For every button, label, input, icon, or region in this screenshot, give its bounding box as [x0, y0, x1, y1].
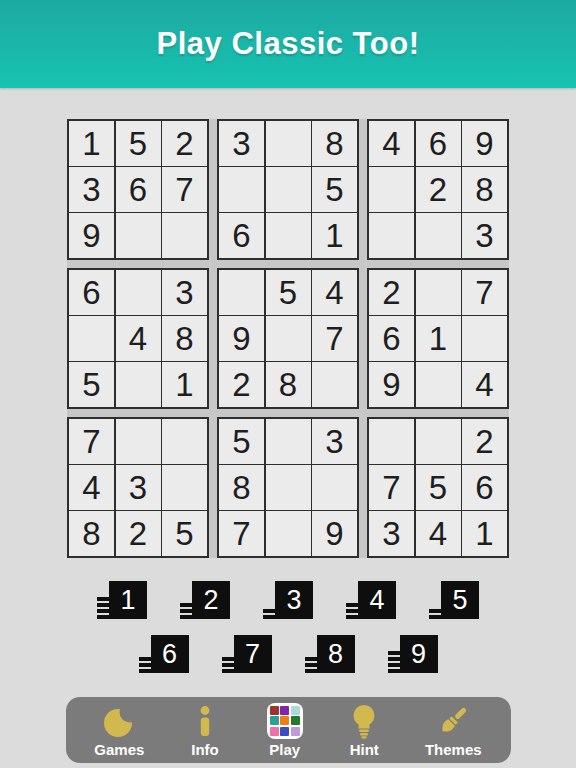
- number-button-digit: 6: [151, 635, 189, 673]
- cell-r7c1[interactable]: 7: [69, 419, 114, 464]
- header-title: Play Classic Too!: [157, 26, 420, 62]
- cell-r4c3[interactable]: 3: [162, 270, 207, 315]
- number-button-5[interactable]: 5: [429, 581, 479, 619]
- number-button-1[interactable]: 1: [97, 581, 147, 619]
- cell-r6c1[interactable]: 5: [69, 362, 114, 407]
- cell-r1c1[interactable]: 1: [69, 121, 114, 166]
- number-button-7[interactable]: 7: [222, 635, 272, 673]
- cell-r5c5[interactable]: [266, 316, 311, 361]
- cell-r7c2[interactable]: [116, 419, 161, 464]
- cell-r1c7[interactable]: 4: [369, 121, 414, 166]
- toolbar-item-info[interactable]: Info: [186, 702, 224, 758]
- sudoku-app-screen: Play Classic Too! 1523679385614692836348…: [0, 0, 576, 768]
- cell-r8c8[interactable]: 5: [416, 465, 461, 510]
- board-block-6: 276194: [367, 268, 509, 409]
- cell-r4c7[interactable]: 2: [369, 270, 414, 315]
- cell-r8c7[interactable]: 7: [369, 465, 414, 510]
- number-button-8[interactable]: 8: [305, 635, 355, 673]
- number-button-6[interactable]: 6: [139, 635, 189, 673]
- cell-r2c4[interactable]: [219, 167, 264, 212]
- cell-r1c8[interactable]: 6: [416, 121, 461, 166]
- cell-r8c1[interactable]: 4: [69, 465, 114, 510]
- cell-r6c6[interactable]: [312, 362, 357, 407]
- cell-r1c4[interactable]: 3: [219, 121, 264, 166]
- board-block-2: 38561: [217, 119, 359, 260]
- cell-r6c5[interactable]: 8: [266, 362, 311, 407]
- toolbar-label-play: Play: [269, 741, 300, 758]
- board-block-7: 743825: [67, 417, 209, 558]
- cell-r6c7[interactable]: 9: [369, 362, 414, 407]
- cell-r3c5[interactable]: [266, 213, 311, 258]
- cell-r6c4[interactable]: 2: [219, 362, 264, 407]
- toolbar-item-games[interactable]: Games: [94, 702, 144, 758]
- toolbar-item-themes[interactable]: Themes: [425, 702, 482, 758]
- cell-r7c7[interactable]: [369, 419, 414, 464]
- toolbar-item-play[interactable]: Play: [266, 702, 304, 758]
- toolbar-item-hint[interactable]: Hint: [345, 702, 383, 758]
- cell-r6c8[interactable]: [416, 362, 461, 407]
- board-block-5: 549728: [217, 268, 359, 409]
- bottom-toolbar: Games Info Play: [66, 697, 511, 763]
- number-button-9[interactable]: 9: [388, 635, 438, 673]
- cell-r9c8[interactable]: 4: [416, 511, 461, 556]
- cell-r8c6[interactable]: [312, 465, 357, 510]
- number-button-digit: 8: [317, 635, 355, 673]
- cell-r2c3[interactable]: 7: [162, 167, 207, 212]
- cell-r5c1[interactable]: [69, 316, 114, 361]
- cell-r9c9[interactable]: 1: [462, 511, 507, 556]
- cell-r9c6[interactable]: 9: [312, 511, 357, 556]
- cell-r8c3[interactable]: [162, 465, 207, 510]
- cell-r5c6[interactable]: 7: [312, 316, 357, 361]
- toolbar-label-info: Info: [191, 741, 219, 758]
- cell-r3c2[interactable]: [116, 213, 161, 258]
- info-icon: [186, 702, 224, 740]
- cell-r3c9[interactable]: 3: [462, 213, 507, 258]
- cell-r9c4[interactable]: 7: [219, 511, 264, 556]
- header-banner: Play Classic Too!: [0, 0, 576, 88]
- cell-r9c7[interactable]: 3: [369, 511, 414, 556]
- cell-r2c1[interactable]: 3: [69, 167, 114, 212]
- cell-r3c1[interactable]: 9: [69, 213, 114, 258]
- cell-r7c9[interactable]: 2: [462, 419, 507, 464]
- number-button-digit: 1: [109, 581, 147, 619]
- sudoku-board: 1523679385614692836348515497282761947438…: [67, 119, 509, 558]
- number-pad-row-1: 12345: [0, 581, 576, 619]
- toolbar-label-games: Games: [94, 741, 144, 758]
- cell-r9c5[interactable]: [266, 511, 311, 556]
- cell-r9c3[interactable]: 5: [162, 511, 207, 556]
- cell-r2c9[interactable]: 8: [462, 167, 507, 212]
- cell-r5c3[interactable]: 8: [162, 316, 207, 361]
- toolbar-label-themes: Themes: [425, 741, 482, 758]
- cell-r2c6[interactable]: 5: [312, 167, 357, 212]
- cell-r2c8[interactable]: 2: [416, 167, 461, 212]
- number-button-3[interactable]: 3: [263, 581, 313, 619]
- cell-r1c9[interactable]: 9: [462, 121, 507, 166]
- cell-r1c6[interactable]: 8: [312, 121, 357, 166]
- cell-r2c7[interactable]: [369, 167, 414, 212]
- cell-r1c2[interactable]: 5: [116, 121, 161, 166]
- cell-r4c1[interactable]: 6: [69, 270, 114, 315]
- cell-r2c5[interactable]: [266, 167, 311, 212]
- cell-r3c6[interactable]: 1: [312, 213, 357, 258]
- cell-r1c3[interactable]: 2: [162, 121, 207, 166]
- board-block-8: 53879: [217, 417, 359, 558]
- cell-r8c9[interactable]: 6: [462, 465, 507, 510]
- cell-r8c2[interactable]: 3: [116, 465, 161, 510]
- cell-r3c8[interactable]: [416, 213, 461, 258]
- number-button-digit: 4: [358, 581, 396, 619]
- cell-r5c2[interactable]: 4: [116, 316, 161, 361]
- cell-r7c6[interactable]: 3: [312, 419, 357, 464]
- cell-r4c9[interactable]: 7: [462, 270, 507, 315]
- cell-r4c5[interactable]: 5: [266, 270, 311, 315]
- cell-r3c7[interactable]: [369, 213, 414, 258]
- cell-r5c9[interactable]: [462, 316, 507, 361]
- number-button-digit: 7: [234, 635, 272, 673]
- cell-r1c5[interactable]: [266, 121, 311, 166]
- cell-r9c1[interactable]: 8: [69, 511, 114, 556]
- number-button-2[interactable]: 2: [180, 581, 230, 619]
- cell-r5c4[interactable]: 9: [219, 316, 264, 361]
- cell-r5c8[interactable]: 1: [416, 316, 461, 361]
- cell-r4c6[interactable]: 4: [312, 270, 357, 315]
- themes-icon: [434, 702, 472, 740]
- cell-r4c4[interactable]: [219, 270, 264, 315]
- cell-r7c4[interactable]: 5: [219, 419, 264, 464]
- cell-r8c4[interactable]: 8: [219, 465, 264, 510]
- cell-r8c5[interactable]: [266, 465, 311, 510]
- number-pad-row-2: 6789: [0, 635, 576, 673]
- number-button-digit: 5: [441, 581, 479, 619]
- cell-r9c2[interactable]: 2: [116, 511, 161, 556]
- cell-r4c2[interactable]: [116, 270, 161, 315]
- board-block-1: 1523679: [67, 119, 209, 260]
- cell-r3c3[interactable]: [162, 213, 207, 258]
- play-icon: [266, 702, 304, 740]
- hint-icon: [345, 702, 383, 740]
- cell-r4c8[interactable]: [416, 270, 461, 315]
- board-block-3: 469283: [367, 119, 509, 260]
- number-button-digit: 3: [275, 581, 313, 619]
- cell-r6c3[interactable]: 1: [162, 362, 207, 407]
- cell-r5c7[interactable]: 6: [369, 316, 414, 361]
- cell-r6c9[interactable]: 4: [462, 362, 507, 407]
- cell-r6c2[interactable]: [116, 362, 161, 407]
- number-button-digit: 2: [192, 581, 230, 619]
- cell-r7c8[interactable]: [416, 419, 461, 464]
- number-button-4[interactable]: 4: [346, 581, 396, 619]
- toolbar-label-hint: Hint: [350, 741, 379, 758]
- number-button-digit: 9: [400, 635, 438, 673]
- cell-r7c5[interactable]: [266, 419, 311, 464]
- games-icon: [100, 702, 138, 740]
- cell-r7c3[interactable]: [162, 419, 207, 464]
- cell-r2c2[interactable]: 6: [116, 167, 161, 212]
- board-block-9: 2756341: [367, 417, 509, 558]
- cell-r3c4[interactable]: 6: [219, 213, 264, 258]
- board-block-4: 634851: [67, 268, 209, 409]
